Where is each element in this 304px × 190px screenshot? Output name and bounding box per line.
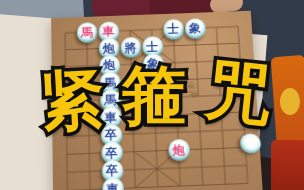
video-frame: 漢界 馬車士象炮將士炮象馬馬車卒卒炮卒車 紧 箍 咒 [0,0,304,190]
piece-black-象: 象 [184,18,206,39]
piece-red-炮: 炮 [168,139,190,161]
piece-black-士: 士 [162,18,184,39]
plastic-bag-yellow-patch [280,88,300,115]
piece-black-將: 將 [120,37,141,58]
plastic-bag-red [271,140,304,190]
overlay-caption-char-3: 咒 [203,57,276,130]
piece-red-馬: 馬 [76,22,97,43]
overlay-caption-char-2: 箍 [122,64,186,128]
overlay-caption-char-1: 紧 [38,66,105,133]
